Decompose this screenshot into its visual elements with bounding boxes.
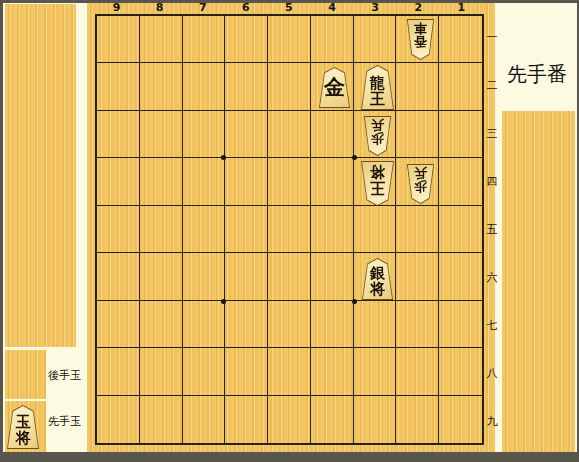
board-square-8八[interactable] [140,348,183,395]
board-square-1五[interactable] [439,206,482,253]
board-square-4一[interactable] [311,16,354,63]
board-square-7六[interactable] [183,253,226,300]
board-square-3九[interactable] [354,396,397,443]
hoshi-dot [352,155,357,160]
file-label-7: 7 [181,3,224,14]
board-square-5九[interactable] [268,396,311,443]
board-square-9二[interactable] [97,63,140,110]
rank-label-二: 二 [485,62,499,110]
board-square-5四[interactable] [268,158,311,205]
board-square-8六[interactable] [140,253,183,300]
board-square-1六[interactable] [439,253,482,300]
board-square-6四[interactable] [225,158,268,205]
board-square-8三[interactable] [140,111,183,158]
board-square-9八[interactable] [97,348,140,395]
board-grid [95,14,484,445]
board-square-2八[interactable] [396,348,439,395]
board-square-8五[interactable] [140,206,183,253]
rank-label-一: 一 [485,14,499,62]
board-square-7五[interactable] [183,206,226,253]
board-square-4三[interactable] [311,111,354,158]
rank-label-八: 八 [485,349,499,397]
board-square-4七[interactable] [311,301,354,348]
captured-pieces-tray-right [502,111,575,452]
sente-king-label: 先手玉 [48,415,86,428]
rank-label-九: 九 [485,397,499,445]
board-square-9五[interactable] [97,206,140,253]
board-square-9四[interactable] [97,158,140,205]
board-square-4五[interactable] [311,206,354,253]
board-square-2二[interactable] [396,63,439,110]
file-label-1: 1 [440,3,483,14]
board-square-1九[interactable] [439,396,482,443]
board-square-8二[interactable] [140,63,183,110]
board-square-6一[interactable] [225,16,268,63]
board-square-4九[interactable] [311,396,354,443]
file-label-3: 3 [354,3,397,14]
board-square-3八[interactable] [354,348,397,395]
board-square-9一[interactable] [97,16,140,63]
board-square-6七[interactable] [225,301,268,348]
board-square-7三[interactable] [183,111,226,158]
hoshi-dot [221,299,226,304]
board-square-7二[interactable] [183,63,226,110]
turn-indicator: 先手番 [507,61,575,88]
piece-face: 玉将 [7,406,39,448]
board-square-1四[interactable] [439,158,482,205]
board-square-1二[interactable] [439,63,482,110]
file-label-9: 9 [95,3,138,14]
board-square-5五[interactable] [268,206,311,253]
file-label-8: 8 [138,3,181,14]
board-square-8四[interactable] [140,158,183,205]
board-square-1三[interactable] [439,111,482,158]
board-square-2九[interactable] [396,396,439,443]
file-label-5: 5 [267,3,310,14]
captured-pieces-tray [5,4,76,347]
board-square-2三[interactable] [396,111,439,158]
board-square-6九[interactable] [225,396,268,443]
rank-label-四: 四 [485,158,499,206]
board-square-3一[interactable] [354,16,397,63]
board-square-3七[interactable] [354,301,397,348]
board-square-2七[interactable] [396,301,439,348]
sente-king-tray-cell: 玉将 [5,401,46,452]
file-label-6: 6 [224,3,267,14]
shogi-piece-sente-玉将[interactable]: 玉将 [6,405,40,449]
app-background: 玉将 後手玉 先手玉 987654321 一二三四五六七八九 香車龍王金歩兵王将… [3,3,577,452]
board-square-8一[interactable] [140,16,183,63]
rank-label-六: 六 [485,254,499,302]
board-square-9三[interactable] [97,111,140,158]
board-square-3五[interactable] [354,206,397,253]
shogi-board: 987654321 一二三四五六七八九 香車龍王金歩兵王将歩兵銀将 [87,3,495,452]
rank-label-五: 五 [485,206,499,254]
board-square-5二[interactable] [268,63,311,110]
file-label-4: 4 [311,3,354,14]
board-square-7一[interactable] [183,16,226,63]
board-square-5七[interactable] [268,301,311,348]
file-label-2: 2 [397,3,440,14]
board-square-7四[interactable] [183,158,226,205]
board-square-1八[interactable] [439,348,482,395]
board-square-5三[interactable] [268,111,311,158]
board-square-6六[interactable] [225,253,268,300]
hoshi-dot [352,299,357,304]
board-square-7八[interactable] [183,348,226,395]
board-square-5八[interactable] [268,348,311,395]
board-square-4四[interactable] [311,158,354,205]
board-square-7七[interactable] [183,301,226,348]
board-square-6二[interactable] [225,63,268,110]
board-square-2六[interactable] [396,253,439,300]
board-square-8七[interactable] [140,301,183,348]
board-square-9六[interactable] [97,253,140,300]
board-square-9七[interactable] [97,301,140,348]
gote-king-label: 後手玉 [48,369,86,382]
board-square-6三[interactable] [225,111,268,158]
board-square-9九[interactable] [97,396,140,443]
board-square-5一[interactable] [268,16,311,63]
board-square-7九[interactable] [183,396,226,443]
board-square-2五[interactable] [396,206,439,253]
board-square-1七[interactable] [439,301,482,348]
board-square-6八[interactable] [225,348,268,395]
board-square-8九[interactable] [140,396,183,443]
gote-king-tray-cell [5,350,46,399]
board-square-6五[interactable] [225,206,268,253]
window-frame: 玉将 後手玉 先手玉 987654321 一二三四五六七八九 香車龍王金歩兵王将… [0,0,579,462]
rank-label-三: 三 [485,110,499,158]
board-square-1一[interactable] [439,16,482,63]
board-square-4八[interactable] [311,348,354,395]
rank-label-七: 七 [485,301,499,349]
hoshi-dot [221,155,226,160]
board-square-4六[interactable] [311,253,354,300]
board-square-5六[interactable] [268,253,311,300]
